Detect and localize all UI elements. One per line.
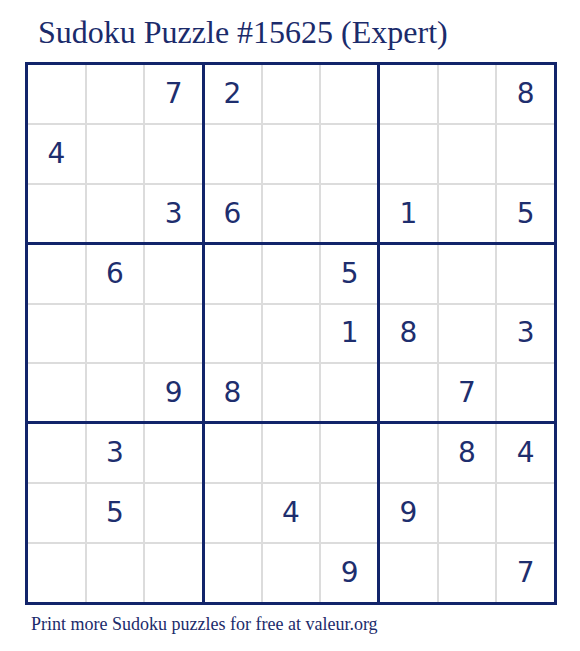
cell-r7c9: 4: [497, 424, 554, 482]
sudoku-board: 728436156518398738454997: [25, 62, 557, 605]
cell-r6c3: 9: [145, 364, 202, 422]
cell-r2c1: 4: [28, 125, 85, 183]
cell-r8c4: [204, 484, 261, 542]
cell-r8c1: [28, 484, 85, 542]
page-title: Sudoku Puzzle #15625 (Expert): [38, 14, 448, 51]
cell-r1c1: [28, 65, 85, 123]
cell-r1c9: 8: [497, 65, 554, 123]
cell-r4c8: [439, 245, 496, 303]
cell-r1c3: 7: [145, 65, 202, 123]
cell-r3c5: [263, 185, 320, 243]
cell-r2c3: [145, 125, 202, 183]
cell-r9c6: 9: [321, 544, 378, 602]
cell-r9c9: 7: [497, 544, 554, 602]
cell-r1c4: 2: [204, 65, 261, 123]
cell-r7c1: [28, 424, 85, 482]
cell-r6c9: [497, 364, 554, 422]
cell-r3c2: [87, 185, 144, 243]
cell-r7c2: 3: [87, 424, 144, 482]
cell-r7c3: [145, 424, 202, 482]
cell-r2c4: [204, 125, 261, 183]
cell-r6c2: [87, 364, 144, 422]
cell-r4c6: 5: [321, 245, 378, 303]
cell-r6c8: 7: [439, 364, 496, 422]
cell-r3c4: 6: [204, 185, 261, 243]
cell-r9c5: [263, 544, 320, 602]
cell-r8c3: [145, 484, 202, 542]
cell-r1c7: [380, 65, 437, 123]
cell-r9c3: [145, 544, 202, 602]
cell-r1c5: [263, 65, 320, 123]
cell-r5c1: [28, 305, 85, 363]
cell-r3c7: 1: [380, 185, 437, 243]
cell-r4c9: [497, 245, 554, 303]
cell-r9c8: [439, 544, 496, 602]
cell-r5c7: 8: [380, 305, 437, 363]
cell-r2c9: [497, 125, 554, 183]
cell-r4c2: 6: [87, 245, 144, 303]
cell-r3c8: [439, 185, 496, 243]
cell-r7c5: [263, 424, 320, 482]
cell-r5c5: [263, 305, 320, 363]
cell-r1c6: [321, 65, 378, 123]
cell-r3c3: 3: [145, 185, 202, 243]
cell-r5c6: 1: [321, 305, 378, 363]
cell-r8c6: [321, 484, 378, 542]
cell-r4c7: [380, 245, 437, 303]
cell-r6c1: [28, 364, 85, 422]
cell-r2c8: [439, 125, 496, 183]
cell-r7c4: [204, 424, 261, 482]
cell-r1c8: [439, 65, 496, 123]
cell-r2c2: [87, 125, 144, 183]
cell-r6c7: [380, 364, 437, 422]
cell-r5c4: [204, 305, 261, 363]
cell-r9c4: [204, 544, 261, 602]
cell-r5c2: [87, 305, 144, 363]
cell-r9c2: [87, 544, 144, 602]
cell-r6c6: [321, 364, 378, 422]
cell-r2c7: [380, 125, 437, 183]
cell-r4c4: [204, 245, 261, 303]
cell-r7c7: [380, 424, 437, 482]
cell-r4c5: [263, 245, 320, 303]
cell-r8c8: [439, 484, 496, 542]
cell-r3c1: [28, 185, 85, 243]
cell-r8c5: 4: [263, 484, 320, 542]
cell-r7c6: [321, 424, 378, 482]
cell-r5c8: [439, 305, 496, 363]
cell-r1c2: [87, 65, 144, 123]
cell-r4c1: [28, 245, 85, 303]
cell-r7c8: 8: [439, 424, 496, 482]
cell-r9c7: [380, 544, 437, 602]
cell-r3c9: 5: [497, 185, 554, 243]
cell-r5c9: 3: [497, 305, 554, 363]
cell-r9c1: [28, 544, 85, 602]
cell-r8c2: 5: [87, 484, 144, 542]
footer-text: Print more Sudoku puzzles for free at va…: [31, 614, 378, 635]
cell-r2c5: [263, 125, 320, 183]
cell-r6c4: 8: [204, 364, 261, 422]
cell-r5c3: [145, 305, 202, 363]
sudoku-page: Sudoku Puzzle #15625 (Expert) 7284361565…: [0, 0, 580, 651]
cell-r4c3: [145, 245, 202, 303]
cell-r3c6: [321, 185, 378, 243]
cell-r8c9: [497, 484, 554, 542]
cell-r6c5: [263, 364, 320, 422]
cell-r8c7: 9: [380, 484, 437, 542]
cell-r2c6: [321, 125, 378, 183]
